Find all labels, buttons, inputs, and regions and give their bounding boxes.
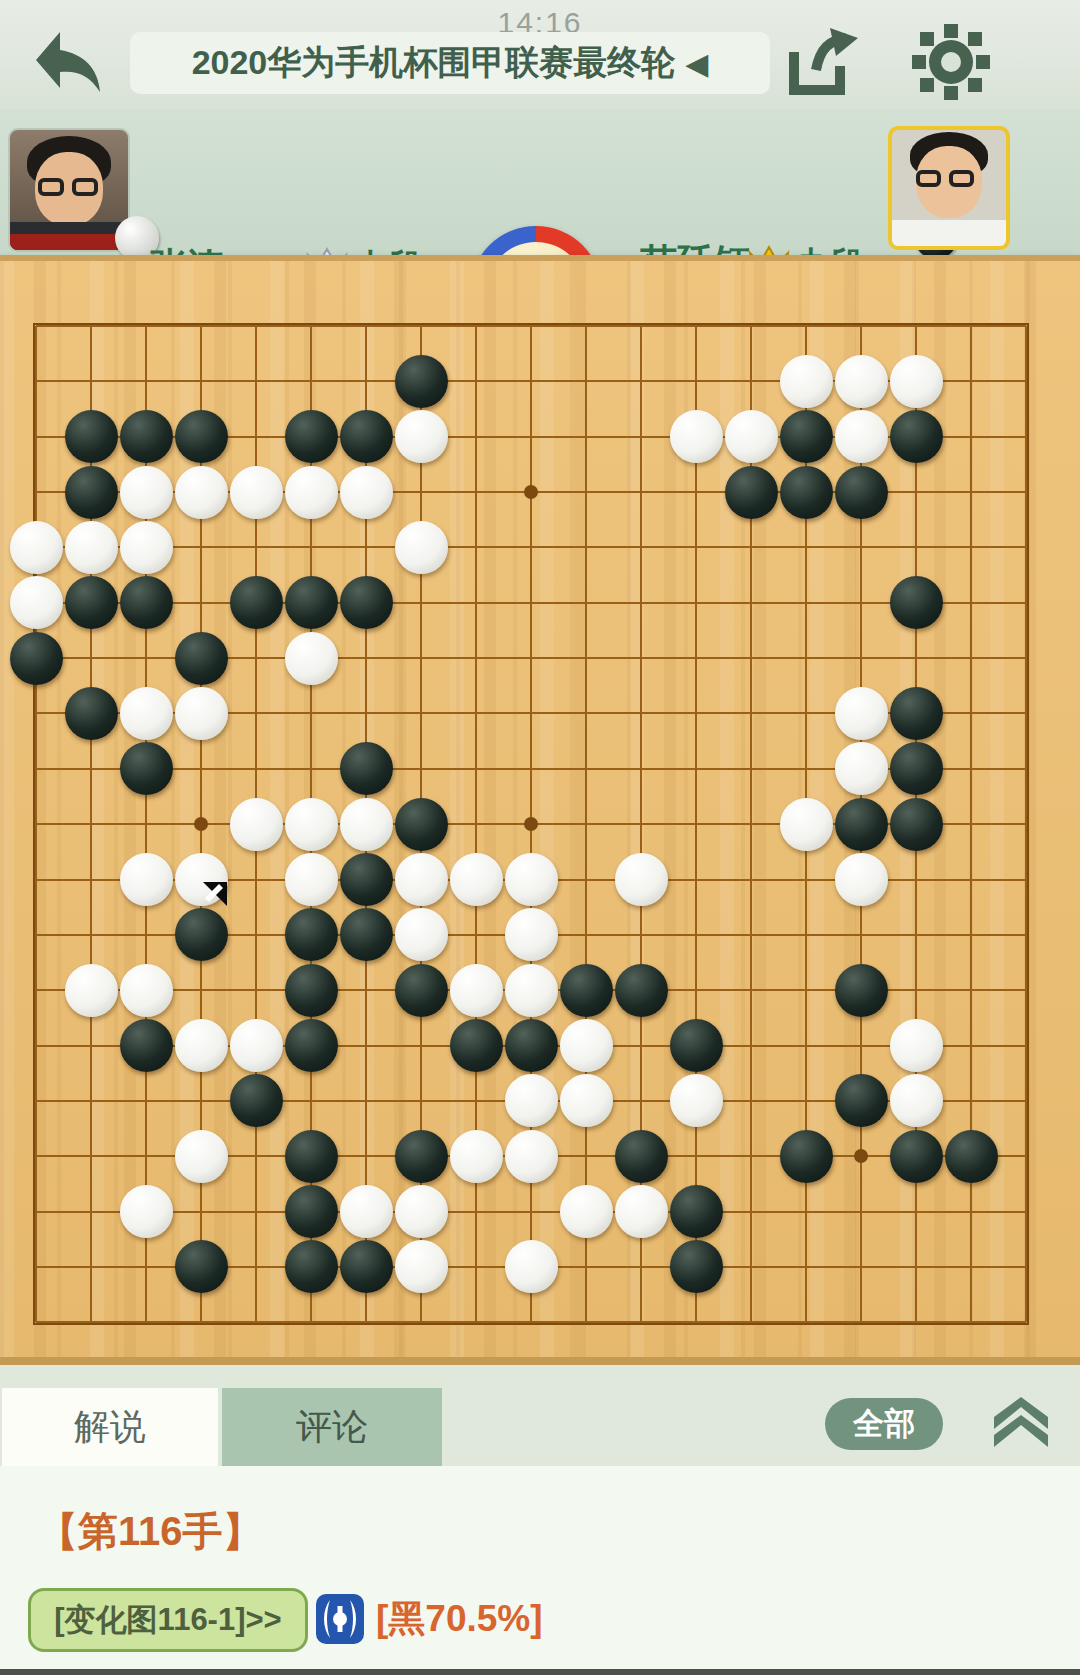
tab-comments[interactable]: 评论 <box>222 1388 442 1466</box>
white-stone <box>395 908 448 961</box>
black-stone <box>285 410 338 463</box>
white-stone <box>120 853 173 906</box>
black-stone <box>340 1240 393 1293</box>
black-stone <box>670 1185 723 1238</box>
white-stone <box>395 410 448 463</box>
black-stone <box>615 964 668 1017</box>
black-stone <box>835 798 888 851</box>
white-stone <box>230 1019 283 1072</box>
white-stone <box>670 1074 723 1127</box>
white-stone <box>285 466 338 519</box>
black-stone <box>65 687 118 740</box>
white-stone <box>395 1185 448 1238</box>
share-button[interactable] <box>786 26 860 98</box>
caption-strip <box>10 234 128 250</box>
black-stone <box>285 1130 338 1183</box>
player-avatar-zhangtao[interactable] <box>8 128 130 252</box>
white-stone <box>395 1240 448 1293</box>
back-button[interactable] <box>26 30 106 96</box>
white-stone <box>505 908 558 961</box>
black-stone <box>835 964 888 1017</box>
collapse-panel-button[interactable] <box>990 1395 1052 1451</box>
white-stone <box>835 355 888 408</box>
white-stone <box>505 1130 558 1183</box>
white-stone <box>505 1240 558 1293</box>
go-broadcast-app: 14:16 2020华为手机杯围甲联赛最终轮 ◀ <box>0 0 1080 1675</box>
white-stone <box>120 964 173 1017</box>
black-stone <box>175 1240 228 1293</box>
black-stone <box>395 964 448 1017</box>
black-stone <box>505 1019 558 1072</box>
white-stone <box>835 687 888 740</box>
match-title-pill[interactable]: 2020华为手机杯围甲联赛最终轮 ◀ <box>130 32 770 94</box>
black-stone <box>285 576 338 629</box>
white-stone <box>65 521 118 574</box>
goban[interactable] <box>0 255 1080 1365</box>
white-stone <box>65 964 118 1017</box>
white-stone <box>340 798 393 851</box>
white-stone <box>615 853 668 906</box>
black-stone <box>725 466 778 519</box>
black-stone <box>780 410 833 463</box>
black-stone <box>65 410 118 463</box>
black-stone <box>395 1130 448 1183</box>
star-point <box>524 485 538 499</box>
last-move-marker <box>202 881 228 907</box>
white-stone <box>175 687 228 740</box>
all-filter-button[interactable]: 全部 <box>825 1398 943 1450</box>
black-stone <box>890 687 943 740</box>
white-stone <box>450 964 503 1017</box>
white-stone <box>890 1019 943 1072</box>
white-stone <box>175 1130 228 1183</box>
white-stone <box>835 742 888 795</box>
white-stone <box>10 576 63 629</box>
black-stone <box>670 1019 723 1072</box>
white-stone <box>120 687 173 740</box>
black-stone <box>780 1130 833 1183</box>
black-stone <box>120 742 173 795</box>
ai-engine-logo-icon <box>316 1592 364 1646</box>
white-stone <box>560 1185 613 1238</box>
white-stone <box>835 853 888 906</box>
black-stone <box>65 576 118 629</box>
black-stone <box>890 410 943 463</box>
black-stone <box>615 1130 668 1183</box>
bottom-panel: 解说 评论 全部 【第116手】 [变化图116-1]>> <box>0 1365 1080 1675</box>
black-stone <box>285 964 338 1017</box>
all-filter-label: 全部 <box>853 1403 915 1445</box>
gear-icon <box>912 24 990 100</box>
back-arrow-icon <box>26 30 106 96</box>
title-bar: 14:16 2020华为手机杯围甲联赛最终轮 ◀ <box>0 0 1080 110</box>
white-stone <box>505 853 558 906</box>
white-stone <box>835 410 888 463</box>
white-stone <box>890 355 943 408</box>
black-stone <box>285 1019 338 1072</box>
ai-win-rate: [黑70.5%] <box>376 1594 543 1644</box>
black-stone <box>230 576 283 629</box>
white-stone <box>780 798 833 851</box>
white-stone <box>780 355 833 408</box>
white-stone <box>450 853 503 906</box>
move-number-label: 【第116手】 <box>38 1504 263 1559</box>
white-stone <box>505 1074 558 1127</box>
tab-commentary-label: 解说 <box>74 1403 146 1452</box>
white-stone <box>10 521 63 574</box>
white-stone <box>615 1185 668 1238</box>
bottom-divider <box>0 1669 1080 1675</box>
black-stone <box>230 1074 283 1127</box>
white-stone <box>505 964 558 1017</box>
white-stone <box>120 466 173 519</box>
white-stone <box>285 798 338 851</box>
black-stone <box>175 632 228 685</box>
white-stone <box>395 521 448 574</box>
double-chevron-up-icon <box>990 1395 1052 1451</box>
black-stone <box>285 1185 338 1238</box>
black-stone <box>340 742 393 795</box>
black-stone <box>890 742 943 795</box>
black-stone <box>835 1074 888 1127</box>
white-stone <box>120 1185 173 1238</box>
black-stone <box>340 410 393 463</box>
black-stone <box>395 355 448 408</box>
white-stone <box>230 466 283 519</box>
black-stone <box>10 632 63 685</box>
black-stone <box>450 1019 503 1072</box>
black-stone <box>120 1019 173 1072</box>
black-stone <box>65 466 118 519</box>
tab-commentary[interactable]: 解说 <box>2 1388 218 1466</box>
white-stone <box>560 1019 613 1072</box>
white-stone <box>560 1074 613 1127</box>
variation-diagram-label: [变化图116-1]>> <box>54 1599 281 1641</box>
black-stone <box>175 908 228 961</box>
black-stone <box>835 466 888 519</box>
white-stone <box>120 521 173 574</box>
black-stone <box>395 798 448 851</box>
black-stone <box>340 853 393 906</box>
black-stone <box>780 466 833 519</box>
white-stone <box>285 632 338 685</box>
white-stone <box>285 853 338 906</box>
black-stone <box>120 576 173 629</box>
white-stone <box>175 466 228 519</box>
settings-button[interactable] <box>912 24 990 100</box>
player-avatar-fantingyu[interactable] <box>888 126 1010 250</box>
white-stone <box>340 1185 393 1238</box>
white-stone <box>670 410 723 463</box>
black-stone <box>890 576 943 629</box>
black-stone <box>945 1130 998 1183</box>
variation-diagram-button[interactable]: [变化图116-1]>> <box>28 1588 308 1652</box>
player-bar: 张涛 120:00 七段 5次60s 支持 范廷钰 119:58 九段 5次60… <box>0 110 1080 255</box>
share-icon <box>786 26 860 98</box>
white-stone <box>340 466 393 519</box>
black-stone <box>285 1240 338 1293</box>
commentary-area: 【第116手】 [变化图116-1]>> [黑70.5%] <box>0 1466 1080 1672</box>
title-collapse-icon[interactable]: ◀ <box>685 46 708 81</box>
white-stone <box>450 1130 503 1183</box>
white-stone <box>725 410 778 463</box>
black-stone <box>340 908 393 961</box>
black-stone <box>120 410 173 463</box>
white-stone <box>395 853 448 906</box>
black-stone <box>340 576 393 629</box>
tab-comments-label: 评论 <box>296 1403 368 1452</box>
black-stone <box>890 1130 943 1183</box>
white-stone <box>175 1019 228 1072</box>
black-stone <box>560 964 613 1017</box>
white-stone <box>230 798 283 851</box>
black-stone <box>890 798 943 851</box>
black-stone <box>670 1240 723 1293</box>
black-stone <box>285 908 338 961</box>
match-title: 2020华为手机杯围甲联赛最终轮 <box>192 40 676 86</box>
white-stone <box>890 1074 943 1127</box>
black-stone <box>175 410 228 463</box>
